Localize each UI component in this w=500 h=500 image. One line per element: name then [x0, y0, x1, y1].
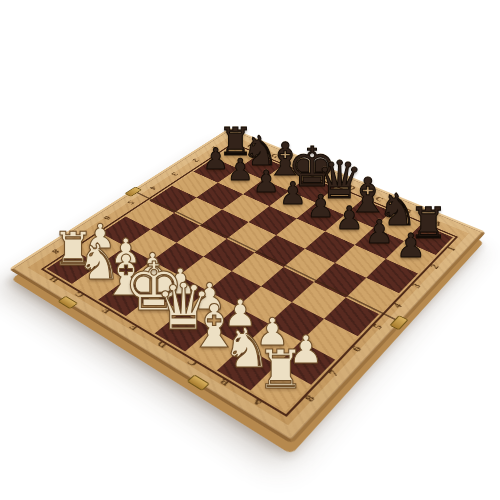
- chess-board: HGFEDCBA HGFEDCBA 12345678 12345678: [9, 128, 487, 445]
- brass-hinge-left: [124, 187, 141, 197]
- photo-scene: HGFEDCBA HGFEDCBA 12345678 12345678 ♜♞♝♚…: [0, 0, 500, 500]
- squares-grid: [47, 145, 453, 411]
